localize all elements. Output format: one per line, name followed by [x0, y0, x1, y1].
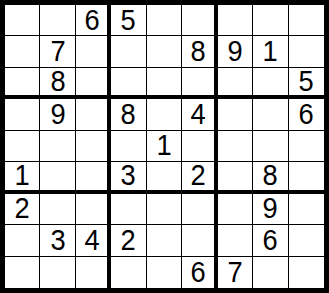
cell-r1c9[interactable] [289, 5, 324, 36]
cell-r2c6[interactable]: 8 [182, 36, 217, 67]
given-digit: 8 [190, 37, 205, 66]
cell-r2c9[interactable] [289, 36, 324, 67]
cell-r8c5[interactable] [147, 225, 182, 256]
cell-r7c3[interactable] [76, 194, 111, 225]
cell-r9c8[interactable] [253, 257, 288, 288]
given-digit: 6 [299, 100, 314, 129]
cell-r9c2[interactable] [40, 257, 75, 288]
cell-r4c5[interactable] [147, 99, 182, 130]
cell-r2c2[interactable]: 7 [40, 36, 75, 67]
cell-r5c7[interactable] [218, 131, 253, 162]
given-digit: 9 [227, 37, 242, 66]
cell-r5c4[interactable] [111, 131, 146, 162]
cell-r5c6[interactable] [182, 131, 217, 162]
given-digit: 5 [299, 68, 314, 96]
cell-r7c2[interactable] [40, 194, 75, 225]
cell-r5c8[interactable] [253, 131, 288, 162]
cell-r4c2[interactable]: 9 [40, 99, 75, 130]
cell-r5c3[interactable] [76, 131, 111, 162]
cell-r1c3[interactable]: 6 [76, 5, 111, 36]
cell-r8c8[interactable]: 6 [253, 225, 288, 256]
given-digit: 8 [263, 162, 278, 190]
given-digit: 2 [121, 226, 136, 255]
cell-r8c2[interactable]: 3 [40, 225, 75, 256]
given-digit: 3 [121, 162, 136, 190]
cell-r5c1[interactable] [5, 131, 40, 162]
cell-r8c7[interactable] [218, 225, 253, 256]
cell-r9c4[interactable] [111, 257, 146, 288]
cell-r8c6[interactable] [182, 225, 217, 256]
cell-r9c5[interactable] [147, 257, 182, 288]
cell-r8c4[interactable]: 2 [111, 225, 146, 256]
cell-r6c1[interactable]: 1 [5, 162, 40, 193]
cell-r4c3[interactable] [76, 99, 111, 130]
cell-r6c7[interactable] [218, 162, 253, 193]
cell-r1c4[interactable]: 5 [111, 5, 146, 36]
given-digit: 2 [15, 194, 30, 223]
given-digit: 4 [84, 226, 99, 255]
cell-r6c8[interactable]: 8 [253, 162, 288, 193]
cell-r4c4[interactable]: 8 [111, 99, 146, 130]
cell-r2c4[interactable] [111, 36, 146, 67]
cell-r6c4[interactable]: 3 [111, 162, 146, 193]
cell-r7c4[interactable] [111, 194, 146, 225]
cell-r1c8[interactable] [253, 5, 288, 36]
cell-r5c9[interactable] [289, 131, 324, 162]
sudoku-board: 6578918598461132829342667 [0, 0, 329, 293]
cell-r3c1[interactable] [5, 68, 40, 99]
given-digit: 4 [190, 100, 205, 129]
given-digit: 5 [121, 6, 136, 35]
cell-r7c5[interactable] [147, 194, 182, 225]
cell-r5c5[interactable]: 1 [147, 131, 182, 162]
cell-r2c1[interactable] [5, 36, 40, 67]
cell-r3c7[interactable] [218, 68, 253, 99]
given-digit: 8 [121, 100, 136, 129]
given-digit: 9 [50, 100, 65, 129]
given-digit: 6 [263, 226, 278, 255]
cell-r1c1[interactable] [5, 5, 40, 36]
cell-r6c2[interactable] [40, 162, 75, 193]
cell-r1c6[interactable] [182, 5, 217, 36]
cell-r9c6[interactable]: 6 [182, 257, 217, 288]
cell-r6c9[interactable] [289, 162, 324, 193]
given-digit: 6 [190, 258, 205, 287]
cell-r3c3[interactable] [76, 68, 111, 99]
cell-r9c3[interactable] [76, 257, 111, 288]
cell-r6c5[interactable] [147, 162, 182, 193]
cell-r2c3[interactable] [76, 36, 111, 67]
cell-r1c2[interactable] [40, 5, 75, 36]
cell-r4c7[interactable] [218, 99, 253, 130]
cell-r4c9[interactable]: 6 [289, 99, 324, 130]
cell-r3c8[interactable] [253, 68, 288, 99]
cell-r3c4[interactable] [111, 68, 146, 99]
cell-r4c6[interactable]: 4 [182, 99, 217, 130]
cell-r7c6[interactable] [182, 194, 217, 225]
cell-r2c8[interactable]: 1 [253, 36, 288, 67]
cell-r2c7[interactable]: 9 [218, 36, 253, 67]
cell-r3c5[interactable] [147, 68, 182, 99]
cell-r9c7[interactable]: 7 [218, 257, 253, 288]
given-digit: 8 [50, 68, 65, 96]
cell-r2c5[interactable] [147, 36, 182, 67]
cell-r7c8[interactable]: 9 [253, 194, 288, 225]
given-digit: 1 [156, 131, 171, 160]
cell-r7c7[interactable] [218, 194, 253, 225]
cell-r5c2[interactable] [40, 131, 75, 162]
given-digit: 9 [263, 194, 278, 223]
cell-r9c1[interactable] [5, 257, 40, 288]
cell-r3c9[interactable]: 5 [289, 68, 324, 99]
cell-r8c3[interactable]: 4 [76, 225, 111, 256]
cell-r3c6[interactable] [182, 68, 217, 99]
cell-r6c6[interactable]: 2 [182, 162, 217, 193]
cell-r3c2[interactable]: 8 [40, 68, 75, 99]
cell-r1c7[interactable] [218, 5, 253, 36]
cell-r1c5[interactable] [147, 5, 182, 36]
given-digit: 7 [227, 258, 242, 287]
given-digit: 1 [263, 37, 278, 66]
given-digit: 7 [50, 37, 65, 66]
given-digit: 3 [50, 226, 65, 255]
cell-r4c1[interactable] [5, 99, 40, 130]
cell-r9c9[interactable] [289, 257, 324, 288]
cell-r8c1[interactable] [5, 225, 40, 256]
cell-r7c9[interactable] [289, 194, 324, 225]
given-digit: 1 [15, 162, 30, 190]
cell-r6c3[interactable] [76, 162, 111, 193]
cell-r8c9[interactable] [289, 225, 324, 256]
given-digit: 6 [84, 6, 99, 35]
cell-r4c8[interactable] [253, 99, 288, 130]
cell-r7c1[interactable]: 2 [5, 194, 40, 225]
given-digit: 2 [190, 162, 205, 190]
